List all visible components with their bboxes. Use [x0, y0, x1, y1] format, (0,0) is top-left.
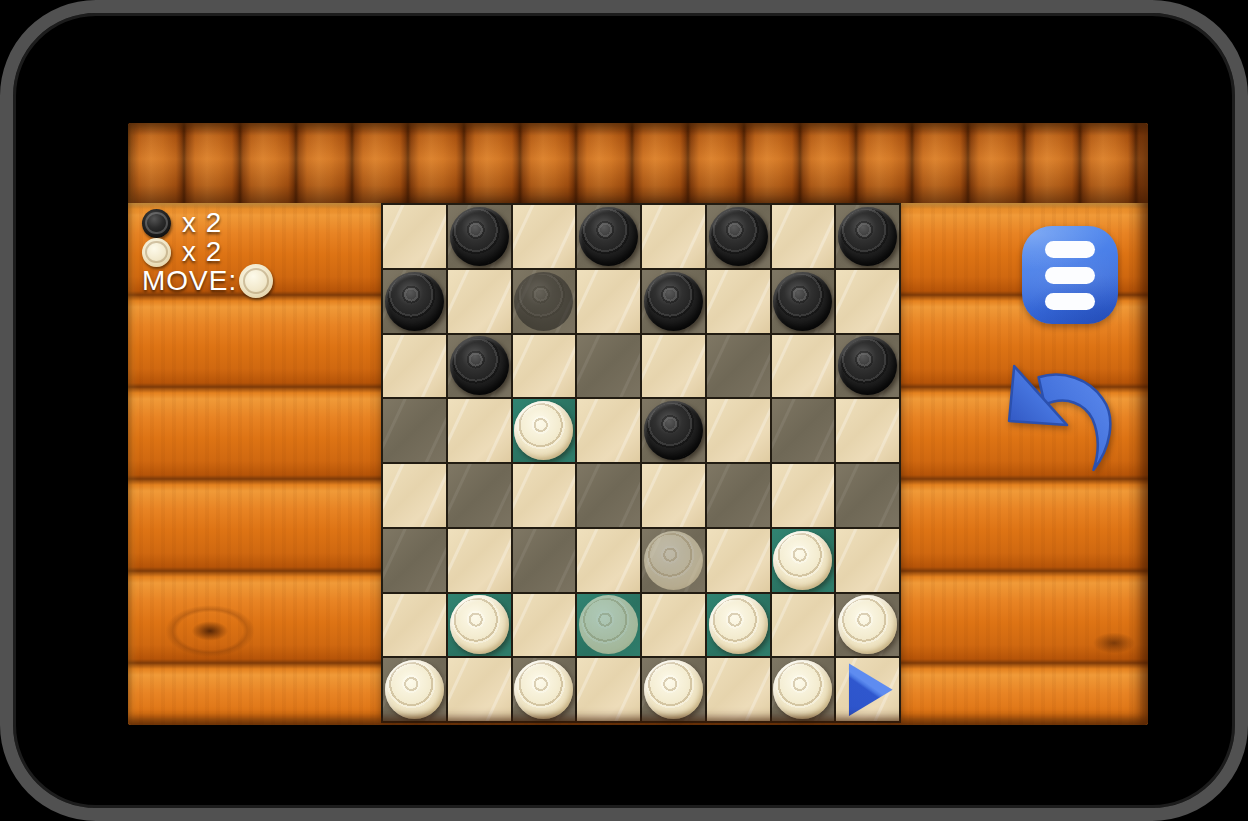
square-b7	[448, 270, 511, 333]
square-f1	[707, 658, 770, 721]
square-d3	[577, 529, 640, 592]
white-piece-icon	[142, 238, 171, 267]
black-piece[interactable]	[450, 336, 509, 395]
square-c2	[513, 594, 576, 657]
hud-panel: x 2 x 2 MOVE:	[142, 209, 273, 296]
wood-fence-band	[128, 123, 1148, 203]
square-d7	[577, 270, 640, 333]
square-f8[interactable]	[707, 205, 770, 268]
square-b3	[448, 529, 511, 592]
square-h6[interactable]	[836, 335, 899, 398]
square-g4	[772, 464, 835, 527]
square-c3[interactable]	[513, 529, 576, 592]
white-piece[interactable]	[709, 595, 768, 654]
menu-icon	[1045, 241, 1095, 258]
black-piece[interactable]	[579, 207, 638, 266]
square-b5	[448, 399, 511, 462]
square-b8[interactable]	[448, 205, 511, 268]
square-c6	[513, 335, 576, 398]
square-c8	[513, 205, 576, 268]
white-piece[interactable]	[514, 401, 573, 460]
square-h7	[836, 270, 899, 333]
black-piece[interactable]	[773, 272, 832, 331]
square-a1[interactable]	[383, 658, 446, 721]
square-e7[interactable]	[642, 270, 705, 333]
square-e4	[642, 464, 705, 527]
square-d1	[577, 658, 640, 721]
square-f6[interactable]	[707, 335, 770, 398]
black-piece-icon	[142, 209, 171, 238]
move-indicator-row: MOVE:	[142, 267, 273, 295]
square-h5	[836, 399, 899, 462]
square-a3[interactable]	[383, 529, 446, 592]
square-e5[interactable]	[642, 399, 705, 462]
undo-arrow-icon	[1004, 361, 1124, 477]
black-piece-ghost	[514, 272, 573, 331]
square-a6	[383, 335, 446, 398]
square-c1[interactable]	[513, 658, 576, 721]
square-g2	[772, 594, 835, 657]
white-piece[interactable]	[773, 660, 832, 719]
menu-icon	[1045, 267, 1095, 284]
white-captured-count: x 2	[182, 236, 222, 268]
square-e6	[642, 335, 705, 398]
square-g6	[772, 335, 835, 398]
undo-button[interactable]	[1004, 361, 1124, 477]
square-e1[interactable]	[642, 658, 705, 721]
square-a5[interactable]	[383, 399, 446, 462]
game-screen: x 2 x 2 MOVE:	[128, 123, 1148, 725]
black-piece[interactable]	[450, 207, 509, 266]
white-piece-ghost	[644, 531, 703, 590]
black-piece[interactable]	[644, 272, 703, 331]
square-d6[interactable]	[577, 335, 640, 398]
square-h3	[836, 529, 899, 592]
white-piece[interactable]	[579, 595, 638, 654]
square-g8	[772, 205, 835, 268]
play-arrow-icon[interactable]	[849, 663, 893, 716]
square-f2[interactable]	[707, 594, 770, 657]
menu-icon	[1045, 293, 1095, 310]
move-label: MOVE:	[142, 265, 237, 297]
white-piece[interactable]	[450, 595, 509, 654]
black-captured-count: x 2	[182, 207, 222, 239]
white-piece[interactable]	[385, 660, 444, 719]
square-b4[interactable]	[448, 464, 511, 527]
square-h4[interactable]	[836, 464, 899, 527]
square-b2[interactable]	[448, 594, 511, 657]
square-g5[interactable]	[772, 399, 835, 462]
square-g3[interactable]	[772, 529, 835, 592]
tablet-frame: x 2 x 2 MOVE:	[0, 0, 1248, 821]
square-d4[interactable]	[577, 464, 640, 527]
board	[381, 203, 901, 723]
square-d5	[577, 399, 640, 462]
square-g7[interactable]	[772, 270, 835, 333]
white-captured-row: x 2	[142, 238, 273, 266]
square-c7[interactable]	[513, 270, 576, 333]
side-to-move-icon	[239, 264, 273, 298]
square-b6[interactable]	[448, 335, 511, 398]
black-piece[interactable]	[644, 401, 703, 460]
black-piece[interactable]	[709, 207, 768, 266]
square-e8	[642, 205, 705, 268]
square-a7[interactable]	[383, 270, 446, 333]
white-piece[interactable]	[838, 595, 897, 654]
square-d2[interactable]	[577, 594, 640, 657]
square-h8[interactable]	[836, 205, 899, 268]
square-f7	[707, 270, 770, 333]
square-e2	[642, 594, 705, 657]
white-piece[interactable]	[644, 660, 703, 719]
black-piece[interactable]	[838, 336, 897, 395]
black-captured-row: x 2	[142, 209, 273, 237]
square-c4	[513, 464, 576, 527]
square-f5	[707, 399, 770, 462]
menu-button[interactable]	[1022, 226, 1118, 324]
square-g1[interactable]	[772, 658, 835, 721]
square-f3	[707, 529, 770, 592]
square-b1	[448, 658, 511, 721]
square-f4[interactable]	[707, 464, 770, 527]
square-d8[interactable]	[577, 205, 640, 268]
square-c5[interactable]	[513, 399, 576, 462]
black-piece[interactable]	[838, 207, 897, 266]
square-a8	[383, 205, 446, 268]
square-h1	[836, 658, 899, 721]
square-e3[interactable]	[642, 529, 705, 592]
square-a2	[383, 594, 446, 657]
square-a4	[383, 464, 446, 527]
black-piece[interactable]	[385, 272, 444, 331]
white-piece[interactable]	[773, 531, 832, 590]
white-piece[interactable]	[514, 660, 573, 719]
square-h2[interactable]	[836, 594, 899, 657]
